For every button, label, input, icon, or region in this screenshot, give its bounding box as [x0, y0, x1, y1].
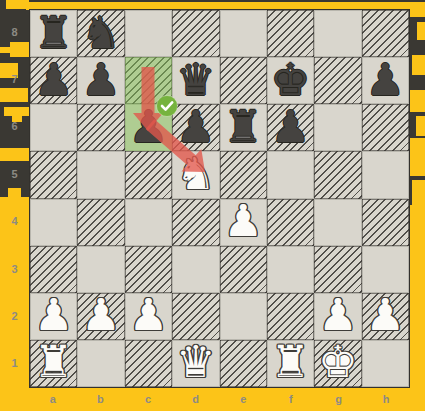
rank-label-4: 4 — [0, 215, 29, 229]
square-f4[interactable] — [267, 199, 314, 246]
frame-fragment — [417, 22, 425, 40]
frame-fragment — [416, 116, 425, 136]
chess-lesson-board: ♜♞♟♟♛♚♟♟♟♜♟♞♟♟♟♟♟♟♜♛♜♚ 87654321abcdefgh — [0, 0, 425, 411]
square-f7[interactable]: ♚ — [267, 57, 314, 104]
square-f8[interactable] — [267, 10, 314, 57]
square-a8[interactable]: ♜ — [30, 10, 77, 57]
white-pawn-h2[interactable]: ♟ — [362, 292, 409, 339]
square-d1[interactable]: ♛ — [172, 340, 219, 387]
square-b5[interactable] — [77, 151, 124, 198]
file-label-c: c — [138, 393, 158, 407]
file-label-a: a — [43, 393, 63, 407]
square-c3[interactable] — [125, 246, 172, 293]
square-g5[interactable] — [314, 151, 361, 198]
frame-bottom-bar — [0, 388, 425, 411]
square-f6[interactable]: ♟ — [267, 104, 314, 151]
square-h8[interactable] — [362, 10, 409, 57]
rank-label-8: 8 — [0, 26, 29, 40]
square-b3[interactable] — [77, 246, 124, 293]
square-d5[interactable]: ♞ — [172, 151, 219, 198]
frame-fragment — [410, 138, 425, 176]
square-b2[interactable]: ♟ — [77, 293, 124, 340]
frame-fragment — [4, 107, 29, 116]
square-d8[interactable] — [172, 10, 219, 57]
square-a4[interactable] — [30, 199, 77, 246]
square-e3[interactable] — [220, 246, 267, 293]
black-pawn-f6[interactable]: ♟ — [267, 103, 314, 150]
rank-label-3: 3 — [0, 263, 29, 277]
square-d2[interactable] — [172, 293, 219, 340]
square-a7[interactable]: ♟ — [30, 57, 77, 104]
black-pawn-d6[interactable]: ♟ — [172, 103, 219, 150]
square-d6[interactable]: ♟ — [172, 104, 219, 151]
square-a3[interactable] — [30, 246, 77, 293]
frame-fragment — [412, 180, 425, 205]
square-g4[interactable] — [314, 199, 361, 246]
white-knight-d5[interactable]: ♞ — [172, 150, 219, 197]
black-pawn-h7[interactable]: ♟ — [362, 56, 409, 103]
frame-fragment — [0, 88, 28, 102]
square-f1[interactable]: ♜ — [267, 340, 314, 387]
file-label-g: g — [329, 393, 349, 407]
rank-label-2: 2 — [0, 310, 29, 324]
rank-label-1: 1 — [0, 357, 29, 371]
black-queen-d7[interactable]: ♛ — [172, 56, 219, 103]
file-label-b: b — [90, 393, 110, 407]
square-b7[interactable]: ♟ — [77, 57, 124, 104]
square-e8[interactable] — [220, 10, 267, 57]
square-f5[interactable] — [267, 151, 314, 198]
file-label-h: h — [376, 393, 396, 407]
square-h7[interactable]: ♟ — [362, 57, 409, 104]
square-h2[interactable]: ♟ — [362, 293, 409, 340]
black-rook-e6[interactable]: ♜ — [220, 103, 267, 150]
square-g2[interactable]: ♟ — [314, 293, 361, 340]
white-rook-f1[interactable]: ♜ — [267, 339, 314, 386]
file-label-f: f — [281, 393, 301, 407]
rank-label-7: 7 — [0, 73, 29, 87]
rank-label-5: 5 — [0, 168, 29, 182]
square-e2[interactable] — [220, 293, 267, 340]
black-rook-a8[interactable]: ♜ — [30, 9, 77, 56]
square-d7[interactable]: ♛ — [172, 57, 219, 104]
white-king-g1[interactable]: ♚ — [314, 339, 361, 386]
square-f3[interactable] — [267, 246, 314, 293]
black-knight-b8[interactable]: ♞ — [77, 9, 124, 56]
square-e5[interactable] — [220, 151, 267, 198]
square-c2[interactable]: ♟ — [125, 293, 172, 340]
file-label-e: e — [233, 393, 253, 407]
square-h4[interactable] — [362, 199, 409, 246]
white-pawn-b2[interactable]: ♟ — [77, 292, 124, 339]
frame-fragment — [0, 47, 10, 53]
square-e6[interactable]: ♜ — [220, 104, 267, 151]
square-g6[interactable] — [314, 104, 361, 151]
frame-fragment — [412, 55, 425, 75]
square-b6[interactable] — [77, 104, 124, 151]
white-queen-d1[interactable]: ♛ — [172, 339, 219, 386]
frame-fragment — [6, 0, 29, 9]
square-c6[interactable]: ♟ — [125, 104, 172, 151]
square-h1[interactable] — [362, 340, 409, 387]
white-pawn-c2[interactable]: ♟ — [125, 292, 172, 339]
white-rook-a1[interactable]: ♜ — [30, 339, 77, 386]
black-king-f7[interactable]: ♚ — [267, 56, 314, 103]
rank-label-6: 6 — [0, 120, 29, 134]
square-b1[interactable] — [77, 340, 124, 387]
white-pawn-e4[interactable]: ♟ — [220, 198, 267, 245]
frame-right-solid — [410, 205, 425, 388]
black-pawn-b7[interactable]: ♟ — [77, 56, 124, 103]
square-a6[interactable] — [30, 104, 77, 151]
square-c5[interactable] — [125, 151, 172, 198]
square-h5[interactable] — [362, 151, 409, 198]
square-a2[interactable]: ♟ — [30, 293, 77, 340]
square-e7[interactable] — [220, 57, 267, 104]
square-e1[interactable] — [220, 340, 267, 387]
black-pawn-a7[interactable]: ♟ — [30, 56, 77, 103]
black-pawn-c6[interactable]: ♟ — [125, 103, 172, 150]
square-f2[interactable] — [267, 293, 314, 340]
square-c4[interactable] — [125, 199, 172, 246]
square-g8[interactable] — [314, 10, 361, 57]
white-pawn-a2[interactable]: ♟ — [30, 292, 77, 339]
square-b4[interactable] — [77, 199, 124, 246]
square-g7[interactable] — [314, 57, 361, 104]
white-pawn-g2[interactable]: ♟ — [314, 292, 361, 339]
frame-fragment — [0, 148, 29, 161]
square-g1[interactable]: ♚ — [314, 340, 361, 387]
square-h6[interactable] — [362, 104, 409, 151]
chess-board: ♜♞♟♟♛♚♟♟♟♜♟♞♟♟♟♟♟♟♜♛♜♚ — [29, 9, 410, 388]
square-a5[interactable] — [30, 151, 77, 198]
square-h3[interactable] — [362, 246, 409, 293]
square-c1[interactable] — [125, 340, 172, 387]
square-c8[interactable] — [125, 10, 172, 57]
square-a1[interactable]: ♜ — [30, 340, 77, 387]
square-e4[interactable]: ♟ — [220, 199, 267, 246]
file-label-d: d — [186, 393, 206, 407]
square-b8[interactable]: ♞ — [77, 10, 124, 57]
frame-fragment — [410, 90, 425, 112]
square-d3[interactable] — [172, 246, 219, 293]
square-c7[interactable] — [125, 57, 172, 104]
square-d4[interactable] — [172, 199, 219, 246]
frame-fragment — [10, 42, 29, 57]
square-g3[interactable] — [314, 246, 361, 293]
